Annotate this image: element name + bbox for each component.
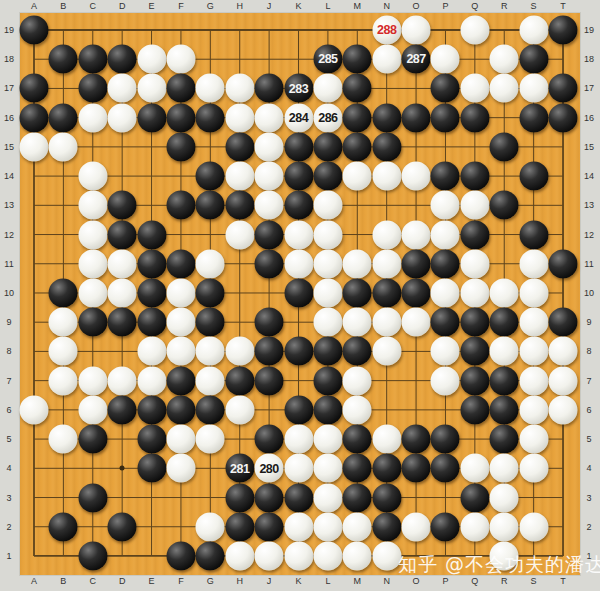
white-stone-A6 [20,395,49,424]
white-stone-C13 [78,191,107,220]
black-stone-M4 [343,454,372,483]
coord-label-left-9: 9 [6,317,11,327]
coord-label-bottom-D: D [119,576,126,586]
coord-label-bottom-A: A [31,576,37,586]
white-stone-O12 [402,220,431,249]
white-stone-J1 [255,541,284,570]
black-stone-J12 [255,220,284,249]
white-stone-N9 [372,308,401,337]
coord-label-left-7: 7 [6,376,11,386]
white-stone-Q11 [460,249,489,278]
white-stone-M2 [343,512,372,541]
white-stone-B5 [49,425,78,454]
coord-label-top-O: O [413,1,420,11]
black-stone-F1 [166,541,195,570]
black-stone-E9 [137,308,166,337]
coord-label-right-18: 18 [584,54,594,64]
black-stone-N4 [372,454,401,483]
black-stone-R15 [490,132,519,161]
white-stone-G2 [196,512,225,541]
black-stone-M17 [343,74,372,103]
white-stone-D10 [108,278,137,307]
black-stone-N16 [372,103,401,132]
white-stone-C16 [78,103,107,132]
black-stone-N3 [372,483,401,512]
black-stone-P9 [431,308,460,337]
white-stone-S11 [519,249,548,278]
black-stone-G1 [196,541,225,570]
black-stone-L7 [313,366,342,395]
white-stone-E7 [137,366,166,395]
coord-label-bottom-F: F [178,576,184,586]
black-stone-G9 [196,308,225,337]
white-stone-F5 [166,425,195,454]
black-stone-E5 [137,425,166,454]
coord-label-left-15: 15 [4,142,14,152]
coord-label-bottom-Q: Q [471,576,478,586]
black-stone-Q9 [460,308,489,337]
move-label-stone-284: 284 [284,103,313,132]
white-stone-L13 [313,191,342,220]
coord-label-top-K: K [295,1,301,11]
white-stone-S6 [519,395,548,424]
white-stone-S19 [519,16,548,45]
white-stone-D17 [108,74,137,103]
black-stone-N2 [372,512,401,541]
white-stone-Q19 [460,16,489,45]
black-stone-F6 [166,395,195,424]
coord-label-left-5: 5 [6,434,11,444]
black-stone-F15 [166,132,195,161]
black-stone-M10 [343,278,372,307]
white-stone-Q17 [460,74,489,103]
coord-label-right-9: 9 [586,317,591,327]
coord-label-top-B: B [60,1,66,11]
black-stone-J11 [255,249,284,278]
coord-label-right-14: 14 [584,171,594,181]
black-stone-J2 [255,512,284,541]
coord-label-left-11: 11 [4,259,13,269]
coord-label-left-1: 1 [6,551,11,561]
move-label-stone-287: 287 [402,45,431,74]
white-stone-F18 [166,45,195,74]
black-stone-L6 [313,395,342,424]
white-stone-H14 [225,162,254,191]
coord-label-top-F: F [178,1,184,11]
white-stone-M7 [343,366,372,395]
white-stone-L11 [313,249,342,278]
white-stone-L2 [313,512,342,541]
coord-label-left-19: 19 [4,25,14,35]
white-stone-N18 [372,45,401,74]
black-stone-E6 [137,395,166,424]
white-stone-H17 [225,74,254,103]
coord-label-left-12: 12 [4,230,14,240]
move-label-stone-286: 286 [313,103,342,132]
white-stone-M9 [343,308,372,337]
black-stone-Q3 [460,483,489,512]
white-stone-T6 [549,395,578,424]
black-stone-J8 [255,337,284,366]
white-stone-L10 [313,278,342,307]
white-stone-S5 [519,425,548,454]
star-point [120,466,125,471]
coord-label-bottom-R: R [501,576,508,586]
white-stone-B9 [49,308,78,337]
white-stone-J15 [255,132,284,161]
white-stone-F4 [166,454,195,483]
coord-label-top-T: T [560,1,566,11]
black-stone-L15 [313,132,342,161]
white-stone-N12 [372,220,401,249]
white-stone-K1 [284,541,313,570]
black-stone-D2 [108,512,137,541]
black-stone-K15 [284,132,313,161]
coord-label-right-4: 4 [586,463,591,473]
black-stone-K6 [284,395,313,424]
black-stone-C1 [78,541,107,570]
coord-label-right-10: 10 [584,288,594,298]
white-stone-F8 [166,337,195,366]
coord-label-bottom-J: J [267,576,272,586]
black-stone-P17 [431,74,460,103]
white-stone-S17 [519,74,548,103]
black-stone-P5 [431,425,460,454]
coord-label-top-S: S [531,1,537,11]
white-stone-Q2 [460,512,489,541]
black-stone-D12 [108,220,137,249]
white-stone-N11 [372,249,401,278]
white-stone-C10 [78,278,107,307]
black-stone-R9 [490,308,519,337]
black-stone-S16 [519,103,548,132]
black-stone-P4 [431,454,460,483]
coord-label-bottom-O: O [413,576,420,586]
coord-label-bottom-C: C [90,576,97,586]
coord-label-left-6: 6 [6,405,11,415]
white-stone-D7 [108,366,137,395]
black-stone-C9 [78,308,107,337]
white-stone-H8 [225,337,254,366]
coord-label-right-3: 3 [586,493,591,503]
coord-label-bottom-P: P [442,576,448,586]
black-stone-O10 [402,278,431,307]
coord-label-bottom-S: S [531,576,537,586]
coord-label-bottom-T: T [560,576,566,586]
black-stone-T16 [549,103,578,132]
black-stone-M15 [343,132,372,161]
white-stone-H16 [225,103,254,132]
black-stone-J5 [255,425,284,454]
white-stone-K2 [284,512,313,541]
white-stone-E18 [137,45,166,74]
white-stone-T7 [549,366,578,395]
coord-label-top-E: E [149,1,155,11]
coord-label-left-10: 10 [4,288,14,298]
white-stone-S10 [519,278,548,307]
coord-label-bottom-K: K [295,576,301,586]
white-stone-G8 [196,337,225,366]
coord-label-left-8: 8 [6,346,11,356]
coord-label-right-1: 1 [586,551,591,561]
black-stone-Q7 [460,366,489,395]
coord-label-top-A: A [31,1,37,11]
black-stone-J3 [255,483,284,512]
black-stone-H3 [225,483,254,512]
black-stone-S14 [519,162,548,191]
black-stone-D13 [108,191,137,220]
black-stone-A16 [20,103,49,132]
black-stone-R13 [490,191,519,220]
coord-label-bottom-L: L [325,576,330,586]
black-stone-F13 [166,191,195,220]
white-stone-O9 [402,308,431,337]
white-stone-S9 [519,308,548,337]
black-stone-O16 [402,103,431,132]
black-stone-Q16 [460,103,489,132]
black-stone-D9 [108,308,137,337]
watermark: 知乎 @不会功夫的潘达 [398,552,600,578]
coord-label-right-6: 6 [586,405,591,415]
white-stone-N1 [372,541,401,570]
black-stone-D6 [108,395,137,424]
coord-label-top-C: C [90,1,97,11]
black-stone-K13 [284,191,313,220]
move-label-stone-280: 280 [255,454,284,483]
white-stone-B7 [49,366,78,395]
white-stone-T8 [549,337,578,366]
white-stone-L3 [313,483,342,512]
black-stone-J17 [255,74,284,103]
black-stone-S12 [519,220,548,249]
black-stone-H15 [225,132,254,161]
black-stone-H2 [225,512,254,541]
white-stone-C14 [78,162,107,191]
white-stone-S8 [519,337,548,366]
white-stone-E8 [137,337,166,366]
white-stone-M6 [343,395,372,424]
white-stone-R3 [490,483,519,512]
coord-label-right-8: 8 [586,346,591,356]
coord-label-left-4: 4 [6,463,11,473]
coord-label-left-3: 3 [6,493,11,503]
go-board: 288285287283284286281280 [20,13,580,575]
coord-label-bottom-G: G [207,576,214,586]
coord-label-bottom-B: B [60,576,66,586]
black-stone-G13 [196,191,225,220]
coord-label-right-2: 2 [586,522,591,532]
black-stone-K14 [284,162,313,191]
white-stone-A15 [20,132,49,161]
move-label-stone-285: 285 [313,45,342,74]
black-stone-R6 [490,395,519,424]
white-stone-L1 [313,541,342,570]
white-stone-L9 [313,308,342,337]
black-stone-A19 [20,16,49,45]
white-stone-P13 [431,191,460,220]
coord-label-left-13: 13 [4,200,14,210]
black-stone-F7 [166,366,195,395]
black-stone-P14 [431,162,460,191]
white-stone-B8 [49,337,78,366]
white-stone-C12 [78,220,107,249]
coord-label-top-M: M [354,1,362,11]
white-stone-G11 [196,249,225,278]
black-stone-F16 [166,103,195,132]
black-stone-Q6 [460,395,489,424]
black-stone-D18 [108,45,137,74]
white-stone-P10 [431,278,460,307]
white-stone-J13 [255,191,284,220]
black-stone-Q12 [460,220,489,249]
white-stone-E17 [137,74,166,103]
black-stone-E12 [137,220,166,249]
white-stone-S4 [519,454,548,483]
white-stone-L12 [313,220,342,249]
coord-label-bottom-N: N [383,576,390,586]
coord-label-top-R: R [501,1,508,11]
black-stone-B10 [49,278,78,307]
black-stone-L8 [313,337,342,366]
black-stone-L14 [313,162,342,191]
white-stone-G5 [196,425,225,454]
black-stone-H7 [225,366,254,395]
black-stone-T11 [549,249,578,278]
white-stone-F9 [166,308,195,337]
black-stone-J9 [255,308,284,337]
white-stone-R2 [490,512,519,541]
black-stone-B18 [49,45,78,74]
black-stone-M16 [343,103,372,132]
black-stone-T17 [549,74,578,103]
coord-label-left-14: 14 [4,171,14,181]
white-stone-L5 [313,425,342,454]
black-stone-C17 [78,74,107,103]
black-stone-C5 [78,425,107,454]
move-label-stone-283: 283 [284,74,313,103]
screenshot-frame: 288285287283284286281280 知乎 @不会功夫的潘达 AAB… [0,0,600,591]
black-stone-C18 [78,45,107,74]
coord-label-left-2: 2 [6,522,11,532]
black-stone-H13 [225,191,254,220]
black-stone-K10 [284,278,313,307]
coord-label-right-7: 7 [586,376,591,386]
black-stone-Q8 [460,337,489,366]
white-stone-L17 [313,74,342,103]
white-stone-C11 [78,249,107,278]
black-stone-B16 [49,103,78,132]
black-stone-N10 [372,278,401,307]
white-stone-Q10 [460,278,489,307]
black-stone-G14 [196,162,225,191]
black-stone-K8 [284,337,313,366]
white-stone-C7 [78,366,107,395]
coord-label-right-12: 12 [584,230,594,240]
white-stone-G17 [196,74,225,103]
white-stone-N8 [372,337,401,366]
coord-label-top-P: P [442,1,448,11]
white-stone-K5 [284,425,313,454]
white-stone-R4 [490,454,519,483]
white-stone-Q13 [460,191,489,220]
white-stone-P12 [431,220,460,249]
black-stone-Q14 [460,162,489,191]
black-stone-R5 [490,425,519,454]
coord-label-left-17: 17 [4,83,14,93]
black-stone-E4 [137,454,166,483]
black-stone-J7 [255,366,284,395]
white-stone-F10 [166,278,195,307]
white-stone-C6 [78,395,107,424]
coord-label-top-L: L [325,1,330,11]
black-stone-F17 [166,74,195,103]
black-stone-C3 [78,483,107,512]
white-stone-L4 [313,454,342,483]
black-stone-E11 [137,249,166,278]
white-stone-O19 [402,16,431,45]
coord-label-bottom-M: M [354,576,362,586]
white-stone-K4 [284,454,313,483]
white-stone-N5 [372,425,401,454]
coord-label-right-15: 15 [584,142,594,152]
white-stone-M14 [343,162,372,191]
coord-label-top-G: G [207,1,214,11]
coord-label-top-D: D [119,1,126,11]
black-stone-N15 [372,132,401,161]
coord-label-top-J: J [267,1,272,11]
black-stone-G16 [196,103,225,132]
white-stone-R18 [490,45,519,74]
coord-label-right-19: 19 [584,25,594,35]
coord-label-right-11: 11 [584,259,593,269]
coord-label-top-H: H [236,1,243,11]
white-stone-H1 [225,541,254,570]
white-stone-Q4 [460,454,489,483]
black-stone-F11 [166,249,195,278]
black-stone-G10 [196,278,225,307]
white-stone-B15 [49,132,78,161]
black-stone-G6 [196,395,225,424]
coord-label-right-16: 16 [584,113,594,123]
coord-label-left-16: 16 [4,113,14,123]
white-stone-M1 [343,541,372,570]
white-stone-S2 [519,512,548,541]
black-stone-O4 [402,454,431,483]
black-stone-A17 [20,74,49,103]
coord-label-top-N: N [383,1,390,11]
black-stone-O5 [402,425,431,454]
white-stone-R8 [490,337,519,366]
black-stone-E16 [137,103,166,132]
black-stone-P2 [431,512,460,541]
black-stone-T9 [549,308,578,337]
white-stone-R10 [490,278,519,307]
black-stone-P16 [431,103,460,132]
white-stone-M11 [343,249,372,278]
move-label-stone-288: 288 [372,16,401,45]
coord-label-bottom-E: E [149,576,155,586]
white-stone-P18 [431,45,460,74]
black-stone-T19 [549,16,578,45]
black-stone-M18 [343,45,372,74]
black-stone-P11 [431,249,460,278]
white-stone-J14 [255,162,284,191]
coord-label-right-17: 17 [584,83,594,93]
white-stone-P8 [431,337,460,366]
white-stone-O14 [402,162,431,191]
coord-label-right-5: 5 [586,434,591,444]
black-stone-M3 [343,483,372,512]
